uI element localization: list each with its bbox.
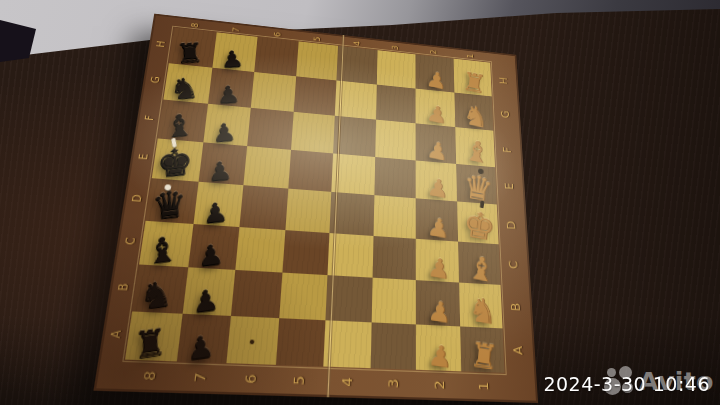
coord-label-d: D [497,204,527,245]
square-g8[interactable]: ♞ [163,63,212,104]
coord-label-2: 2 [416,370,461,399]
coord-label-7: 7 [173,361,227,391]
white-pawn[interactable]: ♟ [426,256,451,284]
square-h8[interactable]: ♜ [169,28,216,68]
white-queen[interactable]: ♛ [462,170,494,206]
photo-scene: 87654321H♜♟♟♜HG♞♟♟♞GF♝♟♟♝FE♚♟♟♛ED♛♟♟♚DC♝… [0,0,720,405]
square-d2[interactable]: ♟ [416,198,458,241]
coord-label-f: F [493,131,521,169]
square-f2[interactable]: ♟ [416,123,456,163]
black-pawn[interactable]: ♟ [207,160,233,185]
square-f1[interactable]: ♝ [455,127,495,167]
black-pawn[interactable]: ♟ [186,333,215,364]
coord-label-c: C [499,244,529,287]
square-a2[interactable]: ♟ [416,324,461,371]
white-knight[interactable]: ♞ [467,294,497,329]
square-e2[interactable]: ♟ [416,160,457,201]
square-c6[interactable] [235,227,285,273]
square-g5[interactable] [293,76,336,116]
white-pawn[interactable]: ♟ [427,298,453,327]
square-h1[interactable]: ♜ [453,59,492,96]
square-a8[interactable]: ♜ [125,311,182,362]
board-grid: 87654321H♜♟♟♜HG♞♟♟♞GF♝♟♟♝FE♚♟♟♛ED♛♟♟♚DC♝… [93,14,538,403]
square-b2[interactable]: ♟ [416,280,460,326]
black-pawn[interactable]: ♟ [220,49,244,70]
white-knight[interactable]: ♞ [462,102,489,132]
square-g1[interactable]: ♞ [454,92,493,131]
square-e5[interactable] [288,149,333,192]
white-pawn[interactable]: ♟ [426,139,450,164]
square-h2[interactable]: ♟ [415,54,453,92]
square-a3[interactable] [370,322,416,370]
square-d7[interactable]: ♟ [193,182,243,227]
square-b3[interactable] [371,278,416,324]
frame-corner [505,373,536,401]
black-knight[interactable]: ♞ [140,278,174,315]
square-c7[interactable]: ♟ [188,223,240,269]
white-king[interactable]: ♚ [462,207,496,246]
black-pawn[interactable]: ♟ [197,242,224,270]
white-rook[interactable]: ♜ [469,339,499,375]
square-h6[interactable] [254,37,298,76]
square-h7[interactable]: ♟ [212,32,258,71]
square-f6[interactable] [247,108,293,150]
square-f7[interactable]: ♟ [203,104,251,146]
white-pawn[interactable]: ♟ [425,103,448,127]
black-pawn[interactable]: ♟ [216,84,241,107]
square-b8[interactable]: ♞ [132,264,188,313]
square-b7[interactable]: ♟ [182,267,235,315]
square-d8[interactable]: ♛ [146,178,199,223]
square-g7[interactable]: ♟ [208,67,255,108]
black-pawn[interactable]: ♟ [212,121,237,145]
black-knight[interactable]: ♞ [170,75,201,103]
square-a5[interactable] [275,318,325,367]
white-pawn[interactable]: ♟ [425,69,448,93]
square-a7[interactable]: ♟ [176,313,231,363]
black-pawn[interactable]: ♟ [202,200,229,227]
square-f8[interactable]: ♝ [158,100,208,142]
black-bishop[interactable]: ♝ [147,233,181,268]
white-rook[interactable]: ♜ [461,69,487,97]
square-e3[interactable] [374,157,416,199]
black-rook[interactable]: ♜ [134,325,168,363]
black-queen[interactable]: ♛ [151,187,188,224]
coord-label-e: E [495,167,524,207]
square-b1[interactable]: ♞ [459,283,503,328]
coord-label-3: 3 [370,368,416,397]
white-bishop[interactable]: ♝ [466,252,496,286]
square-g2[interactable]: ♟ [416,88,455,127]
white-pawn[interactable]: ♟ [426,176,450,202]
square-h3[interactable] [376,50,415,88]
square-e8[interactable]: ♚ [152,138,203,182]
black-king[interactable]: ♚ [156,145,194,182]
coord-label-h: H [490,63,517,99]
square-d6[interactable] [239,185,287,229]
square-h5[interactable] [296,41,338,80]
square-c1[interactable]: ♝ [458,241,501,285]
coord-label-a: A [503,328,535,374]
coord-label-b: B [500,285,531,329]
white-bishop[interactable]: ♝ [463,137,491,168]
white-pawn[interactable]: ♟ [427,342,453,372]
square-e1[interactable]: ♛ [456,163,497,204]
chess-board: 87654321H♜♟♟♜HG♞♟♟♞GF♝♟♟♝FE♚♟♟♛ED♛♟♟♚DC♝… [93,14,538,403]
coord-label-g: G [492,96,520,133]
black-rook[interactable]: ♜ [176,40,205,66]
black-pawn[interactable]: ♟ [192,286,220,316]
black-bishop[interactable]: ♝ [165,112,196,141]
square-c2[interactable]: ♟ [416,238,459,282]
square-b5[interactable] [279,273,328,320]
photo-timestamp: 2024-3-30 10:46 [543,373,710,395]
square-d5[interactable] [285,189,331,233]
square-d1[interactable]: ♚ [457,201,499,243]
square-c8[interactable]: ♝ [139,220,193,267]
square-g3[interactable] [376,84,416,123]
square-f3[interactable] [375,120,416,160]
square-a1[interactable]: ♜ [460,326,505,373]
square-f5[interactable] [291,112,335,153]
square-c5[interactable] [282,230,330,276]
square-c3[interactable] [372,235,416,280]
square-b6[interactable] [231,270,282,318]
coord-label-5: 5 [273,365,323,395]
square-e7[interactable]: ♟ [198,142,247,185]
square-e6[interactable] [243,146,290,189]
square-d3[interactable] [373,195,416,238]
white-pawn[interactable]: ♟ [426,215,451,242]
coord-label-6: 6 [224,363,276,393]
square-g6[interactable] [251,72,296,112]
